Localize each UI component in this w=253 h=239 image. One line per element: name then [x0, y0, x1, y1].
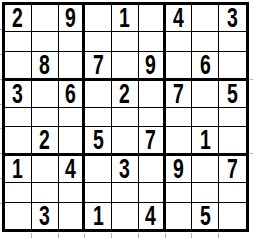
cell-r9c9[interactable]	[219, 203, 246, 229]
cell-r4c6[interactable]	[139, 81, 166, 108]
cell-r4c5[interactable]: 2	[112, 81, 139, 108]
gridline-tick	[111, 233, 112, 238]
given-digit: 2	[39, 127, 50, 153]
given-digit: 4	[65, 156, 76, 182]
gridline-tick	[165, 233, 166, 238]
cell-r7c2[interactable]	[32, 156, 59, 183]
given-digit: 8	[39, 52, 50, 78]
cell-r6c7[interactable]	[166, 127, 193, 156]
cell-r3c1[interactable]	[5, 52, 32, 81]
cell-r3c8[interactable]: 6	[192, 52, 219, 81]
gridline-tick	[58, 233, 59, 238]
cell-r3c3[interactable]	[59, 52, 86, 81]
cell-r7c3[interactable]: 4	[59, 156, 86, 183]
cell-r1c5[interactable]: 1	[112, 5, 139, 32]
cell-r9c1[interactable]	[5, 203, 32, 229]
cell-r7c5[interactable]: 3	[112, 156, 139, 183]
cell-r4c4[interactable]	[85, 81, 112, 108]
cell-r9c3[interactable]	[59, 203, 86, 229]
cell-r7c7[interactable]: 9	[166, 156, 193, 183]
cell-r7c4[interactable]	[85, 156, 112, 183]
cell-r4c2[interactable]	[32, 81, 59, 108]
given-digit: 5	[200, 203, 211, 229]
given-digit: 7	[227, 156, 238, 182]
cell-r6c2[interactable]: 2	[32, 127, 59, 156]
given-digit: 9	[173, 156, 184, 182]
cell-r9c2[interactable]: 3	[32, 203, 59, 229]
gridline-tick	[250, 153, 253, 154]
cell-r6c1[interactable]	[5, 127, 32, 156]
cell-r1c2[interactable]	[32, 5, 59, 32]
given-digit: 7	[173, 81, 184, 107]
given-digit: 3	[12, 81, 23, 107]
cell-r6c4[interactable]: 5	[85, 127, 112, 156]
cell-r7c1[interactable]: 1	[5, 156, 32, 183]
gridline-tick	[191, 233, 192, 238]
given-digit: 9	[65, 5, 76, 31]
cell-r1c6[interactable]	[139, 5, 166, 32]
cell-r9c4[interactable]: 1	[85, 203, 112, 229]
given-digit: 5	[227, 81, 238, 107]
cell-r4c7[interactable]: 7	[166, 81, 193, 108]
given-digit: 3	[227, 5, 238, 31]
gridline-tick	[84, 233, 85, 238]
cell-r4c9[interactable]: 5	[219, 81, 246, 108]
cell-r3c5[interactable]	[112, 52, 139, 81]
given-digit: 4	[145, 203, 156, 229]
cell-r9c5[interactable]	[112, 203, 139, 229]
cell-r2c9[interactable]	[219, 32, 246, 52]
cell-r9c6[interactable]: 4	[139, 203, 166, 229]
given-digit: 3	[120, 156, 131, 182]
cell-r5c5[interactable]	[112, 108, 139, 128]
given-digit: 1	[12, 156, 23, 182]
cell-r2c3[interactable]	[59, 32, 86, 52]
cell-r7c6[interactable]	[139, 156, 166, 183]
gridline-tick	[0, 104, 2, 105]
gridline-tick	[0, 79, 2, 80]
gridline-tick	[138, 233, 139, 238]
cell-r1c4[interactable]	[85, 5, 112, 32]
given-digit: 4	[173, 5, 184, 31]
given-digit: 1	[93, 203, 104, 229]
cell-r6c8[interactable]: 1	[192, 127, 219, 156]
gridline-tick	[0, 203, 2, 204]
cell-r4c8[interactable]	[192, 81, 219, 108]
gridline-tick	[0, 128, 2, 129]
cell-r6c9[interactable]	[219, 127, 246, 156]
cell-r8c5[interactable]	[112, 183, 139, 203]
cell-r5c7[interactable]	[166, 108, 193, 128]
gridline-tick	[0, 54, 2, 55]
cell-r8c7[interactable]	[166, 183, 193, 203]
given-digit: 1	[200, 127, 211, 153]
given-digit: 1	[120, 5, 131, 31]
cell-r8c1[interactable]	[5, 183, 32, 203]
cell-r7c9[interactable]: 7	[219, 156, 246, 183]
given-digit: 2	[120, 81, 131, 107]
gridline-tick	[31, 233, 32, 238]
given-digit: 6	[200, 52, 211, 78]
gridline-tick	[0, 153, 2, 154]
cell-r3c7[interactable]	[166, 52, 193, 81]
sudoku-board: 291438796362752571143973145	[2, 2, 249, 232]
given-digit: 7	[93, 52, 104, 78]
cell-r4c3[interactable]: 6	[59, 81, 86, 108]
cell-r2c5[interactable]	[112, 32, 139, 52]
cell-r1c7[interactable]: 4	[166, 5, 193, 32]
cell-r3c2[interactable]: 8	[32, 52, 59, 81]
cell-r1c8[interactable]	[192, 5, 219, 32]
cell-r5c1[interactable]	[5, 108, 32, 128]
given-digit: 7	[145, 127, 156, 153]
gridline-tick	[250, 79, 253, 80]
cell-r3c9[interactable]	[219, 52, 246, 81]
cell-r3c6[interactable]: 9	[139, 52, 166, 81]
cell-r9c7[interactable]	[166, 203, 193, 229]
given-digit: 9	[145, 52, 156, 78]
cell-r3c4[interactable]: 7	[85, 52, 112, 81]
cell-r7c8[interactable]	[192, 156, 219, 183]
cell-r9c8[interactable]: 5	[192, 203, 219, 229]
given-digit: 5	[93, 127, 104, 153]
cell-r8c9[interactable]	[219, 183, 246, 203]
cell-r6c6[interactable]: 7	[139, 127, 166, 156]
given-digit: 2	[12, 5, 23, 31]
cell-r6c5[interactable]	[112, 127, 139, 156]
gridline-tick	[0, 178, 2, 179]
cell-r5c3[interactable]	[59, 108, 86, 128]
given-digit: 6	[65, 81, 76, 107]
given-digit: 3	[39, 203, 50, 229]
cell-r4c1[interactable]: 3	[5, 81, 32, 108]
cell-r6c3[interactable]	[59, 127, 86, 156]
cell-r1c9[interactable]: 3	[219, 5, 246, 32]
cell-r1c1[interactable]: 2	[5, 5, 32, 32]
cell-r1c3[interactable]: 9	[59, 5, 86, 32]
cell-r5c9[interactable]	[219, 108, 246, 128]
cell-r2c7[interactable]	[166, 32, 193, 52]
cell-r8c3[interactable]	[59, 183, 86, 203]
gridline-tick	[218, 233, 219, 238]
cell-r2c1[interactable]	[5, 32, 32, 52]
gridline-tick	[0, 29, 2, 30]
